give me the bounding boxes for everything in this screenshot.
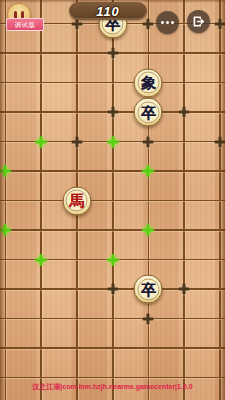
piece-glyph: 象 xyxy=(141,76,156,91)
ellipsis-icon xyxy=(166,21,169,24)
move-counter-value: 110 xyxy=(96,4,120,19)
piece-black-elephant[interactable]: 象 xyxy=(134,68,163,97)
piece-layer: 卒象卒馬卒 xyxy=(0,0,225,400)
debug-version-badge: 调试版 xyxy=(6,18,44,31)
ellipsis-icon xyxy=(171,21,174,24)
exit-button[interactable] xyxy=(187,10,210,33)
piece-glyph: 馬 xyxy=(69,194,84,209)
piece-glyph: 卒 xyxy=(141,282,156,297)
piece-black-soldier[interactable]: 卒 xyxy=(134,275,163,304)
xiangqi-app-screen: 卒象卒馬卒 调试版 110 汉之江湖|com.lnm.hzjh.nearme.g… xyxy=(0,0,225,400)
more-options-button[interactable] xyxy=(156,11,179,34)
ellipsis-icon xyxy=(161,21,164,24)
piece-glyph: 卒 xyxy=(141,105,156,120)
move-counter: 110 xyxy=(69,2,147,20)
piece-red-horse[interactable]: 馬 xyxy=(62,186,91,215)
exit-icon xyxy=(191,14,206,29)
piece-black-soldier[interactable]: 卒 xyxy=(134,98,163,127)
